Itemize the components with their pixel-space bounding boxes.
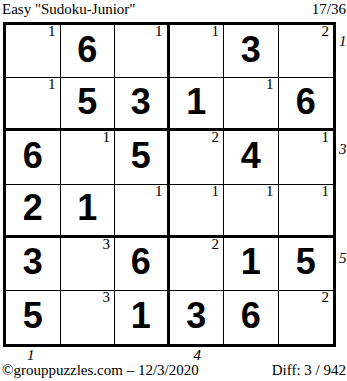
pencil-mark: 3 [103, 289, 111, 306]
given-digit: 1 [186, 84, 206, 120]
pencil-mark: 1 [266, 183, 274, 200]
given-digit: 5 [131, 138, 151, 174]
cell-r1c6[interactable]: 2 [279, 25, 334, 78]
cell-r5c1[interactable]: 3 [6, 238, 61, 291]
pencil-mark: 2 [212, 236, 220, 253]
col-marker-4: 4 [194, 348, 202, 363]
row-marker-1: 1 [339, 34, 347, 49]
pencil-mark: 1 [155, 183, 163, 200]
sudoku-grid: 161132153116615241211111336215531362 [3, 22, 336, 347]
cell-r2c4[interactable]: 1 [170, 78, 225, 131]
cell-r6c5[interactable]: 6 [224, 291, 279, 344]
difficulty-label: Diff: 3 / 942 [272, 362, 346, 379]
page-title: Easy "Sudoku-Junior" [2, 1, 136, 18]
cell-r3c1[interactable]: 6 [6, 131, 61, 184]
givens-counter: 17/36 [312, 1, 346, 18]
puzzle-page: Easy "Sudoku-Junior" 17/36 1611321531166… [0, 0, 347, 381]
cell-r3c3[interactable]: 5 [115, 131, 170, 184]
cell-r3c5[interactable]: 4 [224, 131, 279, 184]
given-digit: 3 [131, 84, 151, 120]
given-digit: 1 [131, 298, 151, 334]
cell-r2c5[interactable]: 1 [224, 78, 279, 131]
given-digit: 1 [241, 244, 261, 280]
pencil-mark: 1 [48, 23, 56, 40]
cell-r4c1[interactable]: 2 [6, 185, 61, 238]
cell-r6c4[interactable]: 3 [170, 291, 225, 344]
pencil-mark: 2 [322, 289, 330, 306]
cell-r4c4[interactable]: 1 [170, 185, 225, 238]
cell-r5c4[interactable]: 2 [170, 238, 225, 291]
cell-r1c2[interactable]: 6 [61, 25, 116, 78]
pencil-mark: 1 [212, 23, 220, 40]
given-digit: 6 [23, 138, 43, 174]
pencil-mark: 2 [322, 23, 330, 40]
cell-r1c1[interactable]: 1 [6, 25, 61, 78]
cell-r4c3[interactable]: 1 [115, 185, 170, 238]
cell-r5c3[interactable]: 6 [115, 238, 170, 291]
pencil-mark: 3 [103, 236, 111, 253]
cell-r3c4[interactable]: 2 [170, 131, 225, 184]
pencil-mark: 1 [212, 183, 220, 200]
cell-r1c4[interactable]: 1 [170, 25, 225, 78]
given-digit: 2 [23, 190, 43, 226]
given-digit: 5 [23, 298, 43, 334]
row-marker-5: 5 [339, 251, 347, 266]
pencil-mark: 1 [322, 183, 330, 200]
cell-r4c2[interactable]: 1 [61, 185, 116, 238]
cell-r1c3[interactable]: 1 [115, 25, 170, 78]
cell-r4c6[interactable]: 1 [279, 185, 334, 238]
given-digit: 5 [77, 84, 97, 120]
given-digit: 1 [77, 190, 97, 226]
cell-r5c6[interactable]: 5 [279, 238, 334, 291]
cell-r6c2[interactable]: 3 [61, 291, 116, 344]
cell-r6c6[interactable]: 2 [279, 291, 334, 344]
given-digit: 6 [296, 84, 316, 120]
cell-r2c2[interactable]: 5 [61, 78, 116, 131]
pencil-mark: 1 [266, 76, 274, 93]
given-digit: 6 [241, 298, 261, 334]
cell-r5c5[interactable]: 1 [224, 238, 279, 291]
pencil-mark: 1 [322, 129, 330, 146]
pencil-mark: 1 [48, 76, 56, 93]
given-digit: 6 [77, 32, 97, 68]
given-digit: 4 [241, 138, 261, 174]
cell-r3c6[interactable]: 1 [279, 131, 334, 184]
cell-r2c6[interactable]: 6 [279, 78, 334, 131]
cell-r6c1[interactable]: 5 [6, 291, 61, 344]
pencil-mark: 2 [212, 129, 220, 146]
cell-r6c3[interactable]: 1 [115, 291, 170, 344]
pencil-mark: 1 [103, 129, 111, 146]
cell-r4c5[interactable]: 1 [224, 185, 279, 238]
col-marker-1: 1 [27, 348, 35, 363]
given-digit: 3 [241, 32, 261, 68]
given-digit: 5 [296, 244, 316, 280]
cell-r2c3[interactable]: 3 [115, 78, 170, 131]
given-digit: 3 [23, 244, 43, 280]
cell-r2c1[interactable]: 1 [6, 78, 61, 131]
cell-r3c2[interactable]: 1 [61, 131, 116, 184]
given-digit: 6 [131, 244, 151, 280]
cell-r5c2[interactable]: 3 [61, 238, 116, 291]
cell-r1c5[interactable]: 3 [224, 25, 279, 78]
row-marker-3: 3 [339, 142, 347, 157]
pencil-mark: 1 [155, 23, 163, 40]
copyright-date: ©grouppuzzles.com – 12/3/2020 [2, 362, 199, 379]
given-digit: 3 [186, 298, 206, 334]
